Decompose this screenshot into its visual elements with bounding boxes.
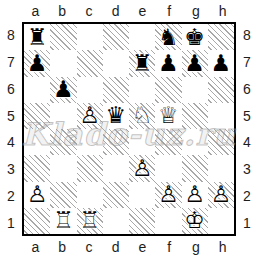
square-c1[interactable]: ♖ <box>77 208 103 234</box>
square-a7[interactable]: ♟ <box>24 50 50 76</box>
rank-label-5: 5 <box>1 102 21 129</box>
square-g8[interactable]: ♚ <box>182 24 208 50</box>
black-pawn-piece[interactable]: ♟ <box>53 78 74 101</box>
file-label-e: e <box>129 1 156 21</box>
square-b3[interactable] <box>50 155 76 181</box>
chess-diagram: abcdefgh abcdefgh 87654321 87654321 ♜♞♚♟… <box>0 0 258 258</box>
square-a2[interactable]: ♙ <box>24 182 50 208</box>
square-c3[interactable] <box>77 155 103 181</box>
rank-label-4: 4 <box>237 129 257 156</box>
white-pawn-piece[interactable]: ♙ <box>158 183 179 206</box>
file-label-f: f <box>156 237 183 257</box>
square-d7[interactable] <box>103 50 129 76</box>
square-d8[interactable] <box>103 24 129 50</box>
square-e2[interactable] <box>129 182 155 208</box>
black-king-piece[interactable]: ♚ <box>184 26 205 49</box>
file-label-h: h <box>209 237 236 257</box>
square-e3[interactable]: ♙ <box>129 155 155 181</box>
square-c7[interactable] <box>77 50 103 76</box>
square-g3[interactable] <box>182 155 208 181</box>
square-c6[interactable] <box>77 77 103 103</box>
square-b4[interactable] <box>50 129 76 155</box>
file-label-g: g <box>183 237 210 257</box>
file-label-h: h <box>209 1 236 21</box>
rank-label-8: 8 <box>237 22 257 49</box>
square-f8[interactable]: ♞ <box>155 24 181 50</box>
rank-label-6: 6 <box>237 76 257 103</box>
square-g1[interactable]: ♔ <box>182 208 208 234</box>
square-c2[interactable] <box>77 182 103 208</box>
white-pawn-piece[interactable]: ♙ <box>27 183 48 206</box>
square-g5[interactable] <box>182 103 208 129</box>
square-c4[interactable] <box>77 129 103 155</box>
file-label-d: d <box>102 1 129 21</box>
square-e6[interactable] <box>129 77 155 103</box>
file-label-a: a <box>22 237 49 257</box>
rank-labels-left: 87654321 <box>1 22 21 236</box>
black-pawn-piece[interactable]: ♟ <box>158 52 179 75</box>
white-rook-piece[interactable]: ♖ <box>79 209 100 232</box>
black-pawn-piece[interactable]: ♟ <box>211 52 232 75</box>
square-a1[interactable] <box>24 208 50 234</box>
black-knight-piece[interactable]: ♞ <box>158 26 179 49</box>
square-b6[interactable]: ♟ <box>50 77 76 103</box>
square-d5[interactable]: ♛ <box>103 103 129 129</box>
rank-label-2: 2 <box>1 183 21 210</box>
rank-label-3: 3 <box>237 156 257 183</box>
square-d6[interactable] <box>103 77 129 103</box>
rank-label-3: 3 <box>1 156 21 183</box>
black-rook-piece[interactable]: ♜ <box>27 26 48 49</box>
square-h2[interactable]: ♙ <box>208 182 234 208</box>
square-f6[interactable] <box>155 77 181 103</box>
rank-label-2: 2 <box>237 183 257 210</box>
square-e8[interactable] <box>129 24 155 50</box>
square-b5[interactable] <box>50 103 76 129</box>
file-label-d: d <box>102 237 129 257</box>
black-rook-piece[interactable]: ♜ <box>132 52 153 75</box>
square-g2[interactable]: ♙ <box>182 182 208 208</box>
square-h8[interactable] <box>208 24 234 50</box>
white-king-piece[interactable]: ♔ <box>184 209 205 232</box>
white-queen-piece[interactable]: ♕ <box>158 104 179 127</box>
rank-label-1: 1 <box>237 209 257 236</box>
square-a8[interactable]: ♜ <box>24 24 50 50</box>
white-pawn-piece[interactable]: ♙ <box>211 183 232 206</box>
square-h5[interactable] <box>208 103 234 129</box>
square-a6[interactable] <box>24 77 50 103</box>
square-e5[interactable]: ♘ <box>129 103 155 129</box>
square-d2[interactable] <box>103 182 129 208</box>
square-h6[interactable] <box>208 77 234 103</box>
file-label-f: f <box>156 1 183 21</box>
file-label-e: e <box>129 237 156 257</box>
square-f4[interactable] <box>155 129 181 155</box>
black-queen-piece[interactable]: ♛ <box>106 104 127 127</box>
square-h4[interactable] <box>208 129 234 155</box>
rank-label-5: 5 <box>237 102 257 129</box>
square-f1[interactable] <box>155 208 181 234</box>
square-f2[interactable]: ♙ <box>155 182 181 208</box>
square-h7[interactable]: ♟ <box>208 50 234 76</box>
square-d3[interactable] <box>103 155 129 181</box>
square-h3[interactable] <box>208 155 234 181</box>
file-label-b: b <box>49 237 76 257</box>
square-c8[interactable] <box>77 24 103 50</box>
black-pawn-piece[interactable]: ♟ <box>27 52 48 75</box>
white-pawn-piece[interactable]: ♙ <box>79 104 100 127</box>
rank-label-1: 1 <box>1 209 21 236</box>
square-g7[interactable]: ♟ <box>182 50 208 76</box>
file-label-g: g <box>183 1 210 21</box>
square-b2[interactable] <box>50 182 76 208</box>
square-b1[interactable]: ♖ <box>50 208 76 234</box>
rank-label-8: 8 <box>1 22 21 49</box>
square-d1[interactable] <box>103 208 129 234</box>
square-g4[interactable] <box>182 129 208 155</box>
file-labels-top: abcdefgh <box>22 1 236 21</box>
square-g6[interactable] <box>182 77 208 103</box>
rank-label-7: 7 <box>1 49 21 76</box>
square-d4[interactable] <box>103 129 129 155</box>
file-label-a: a <box>22 1 49 21</box>
square-f3[interactable] <box>155 155 181 181</box>
black-pawn-piece[interactable]: ♟ <box>184 52 205 75</box>
rank-label-6: 6 <box>1 76 21 103</box>
white-rook-piece[interactable]: ♖ <box>53 209 74 232</box>
square-h1[interactable] <box>208 208 234 234</box>
square-c5[interactable]: ♙ <box>77 103 103 129</box>
square-e4[interactable] <box>129 129 155 155</box>
square-a5[interactable] <box>24 103 50 129</box>
rank-label-4: 4 <box>1 129 21 156</box>
rank-labels-right: 87654321 <box>237 22 257 236</box>
square-b8[interactable] <box>50 24 76 50</box>
square-b7[interactable] <box>50 50 76 76</box>
file-labels-bottom: abcdefgh <box>22 237 236 257</box>
square-f7[interactable]: ♟ <box>155 50 181 76</box>
file-label-c: c <box>76 237 103 257</box>
square-e7[interactable]: ♜ <box>129 50 155 76</box>
rank-label-7: 7 <box>237 49 257 76</box>
chess-board: ♜♞♚♟♜♟♟♟♟♙♛♘♕♙♙♙♙♙♖♖♔ <box>22 22 236 236</box>
white-pawn-piece[interactable]: ♙ <box>132 157 153 180</box>
square-a3[interactable] <box>24 155 50 181</box>
file-label-b: b <box>49 1 76 21</box>
square-a4[interactable] <box>24 129 50 155</box>
white-knight-piece[interactable]: ♘ <box>132 104 153 127</box>
square-e1[interactable] <box>129 208 155 234</box>
file-label-c: c <box>76 1 103 21</box>
square-f5[interactable]: ♕ <box>155 103 181 129</box>
white-pawn-piece[interactable]: ♙ <box>184 183 205 206</box>
